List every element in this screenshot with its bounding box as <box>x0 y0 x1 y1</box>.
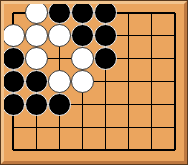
board-intersection[interactable] <box>140 116 163 139</box>
board-intersection[interactable] <box>94 93 117 116</box>
board-intersection[interactable] <box>25 93 48 116</box>
board-intersection[interactable] <box>94 70 117 93</box>
board-intersection[interactable] <box>94 47 117 70</box>
board-intersection[interactable] <box>48 47 71 70</box>
board-intersection[interactable] <box>163 116 186 139</box>
board-intersection[interactable] <box>117 47 140 70</box>
board-intersection[interactable] <box>94 139 117 162</box>
board-intersection[interactable] <box>117 93 140 116</box>
board-intersection[interactable] <box>140 93 163 116</box>
board-intersection[interactable] <box>163 70 186 93</box>
black-stone <box>94 1 117 24</box>
white-stone <box>48 24 71 47</box>
board-intersection[interactable] <box>25 139 48 162</box>
board-intersection[interactable] <box>71 116 94 139</box>
white-stone <box>71 47 94 70</box>
board-intersection[interactable] <box>25 47 48 70</box>
black-stone <box>2 93 25 116</box>
board-intersection[interactable] <box>117 70 140 93</box>
black-stone <box>94 24 117 47</box>
white-stone <box>25 47 48 70</box>
board-intersection[interactable] <box>71 2 94 25</box>
white-stone <box>25 24 48 47</box>
black-stone <box>25 70 48 93</box>
white-stone <box>2 24 25 47</box>
board-intersection[interactable] <box>117 24 140 47</box>
black-stone <box>25 93 48 116</box>
board-intersection[interactable] <box>48 70 71 93</box>
board-intersection[interactable] <box>48 93 71 116</box>
board-intersection[interactable] <box>71 93 94 116</box>
board-intersection[interactable] <box>2 24 25 47</box>
board-intersection[interactable] <box>140 2 163 25</box>
board-intersection[interactable] <box>25 70 48 93</box>
board-intersection[interactable] <box>163 139 186 162</box>
board-intersection[interactable] <box>71 47 94 70</box>
white-stone <box>71 70 94 93</box>
go-board-grid <box>2 2 187 162</box>
board-intersection[interactable] <box>48 2 71 25</box>
board-intersection[interactable] <box>2 47 25 70</box>
board-intersection[interactable] <box>48 116 71 139</box>
board-intersection[interactable] <box>117 139 140 162</box>
board-intersection[interactable] <box>117 2 140 25</box>
board-intersection[interactable] <box>2 116 25 139</box>
board-intersection[interactable] <box>140 47 163 70</box>
board-intersection[interactable] <box>140 24 163 47</box>
board-intersection[interactable] <box>140 139 163 162</box>
board-intersection[interactable] <box>2 93 25 116</box>
board-intersection[interactable] <box>25 116 48 139</box>
black-stone <box>2 47 25 70</box>
black-stone <box>48 1 71 24</box>
board-intersection[interactable] <box>25 2 48 25</box>
black-stone <box>2 70 25 93</box>
board-intersection[interactable] <box>48 24 71 47</box>
black-stone <box>71 24 94 47</box>
board-intersection[interactable] <box>2 70 25 93</box>
board-intersection[interactable] <box>163 24 186 47</box>
board-intersection[interactable] <box>94 24 117 47</box>
black-stone <box>71 1 94 24</box>
white-stone <box>48 70 71 93</box>
white-stone <box>25 1 48 24</box>
board-intersection[interactable] <box>71 139 94 162</box>
go-diagram <box>0 0 188 165</box>
black-stone <box>94 47 117 70</box>
black-stone <box>48 93 71 116</box>
board-intersection[interactable] <box>48 139 71 162</box>
board-intersection[interactable] <box>25 24 48 47</box>
board-intersection[interactable] <box>2 2 25 25</box>
board-intersection[interactable] <box>71 24 94 47</box>
board-intersection[interactable] <box>163 2 186 25</box>
board-intersection[interactable] <box>163 47 186 70</box>
board-frame <box>1 1 187 164</box>
board-intersection[interactable] <box>117 116 140 139</box>
board-intersection[interactable] <box>71 70 94 93</box>
board-intersection[interactable] <box>140 70 163 93</box>
board-intersection[interactable] <box>163 93 186 116</box>
board-intersection[interactable] <box>94 116 117 139</box>
board-intersection[interactable] <box>94 2 117 25</box>
board-intersection[interactable] <box>2 139 25 162</box>
